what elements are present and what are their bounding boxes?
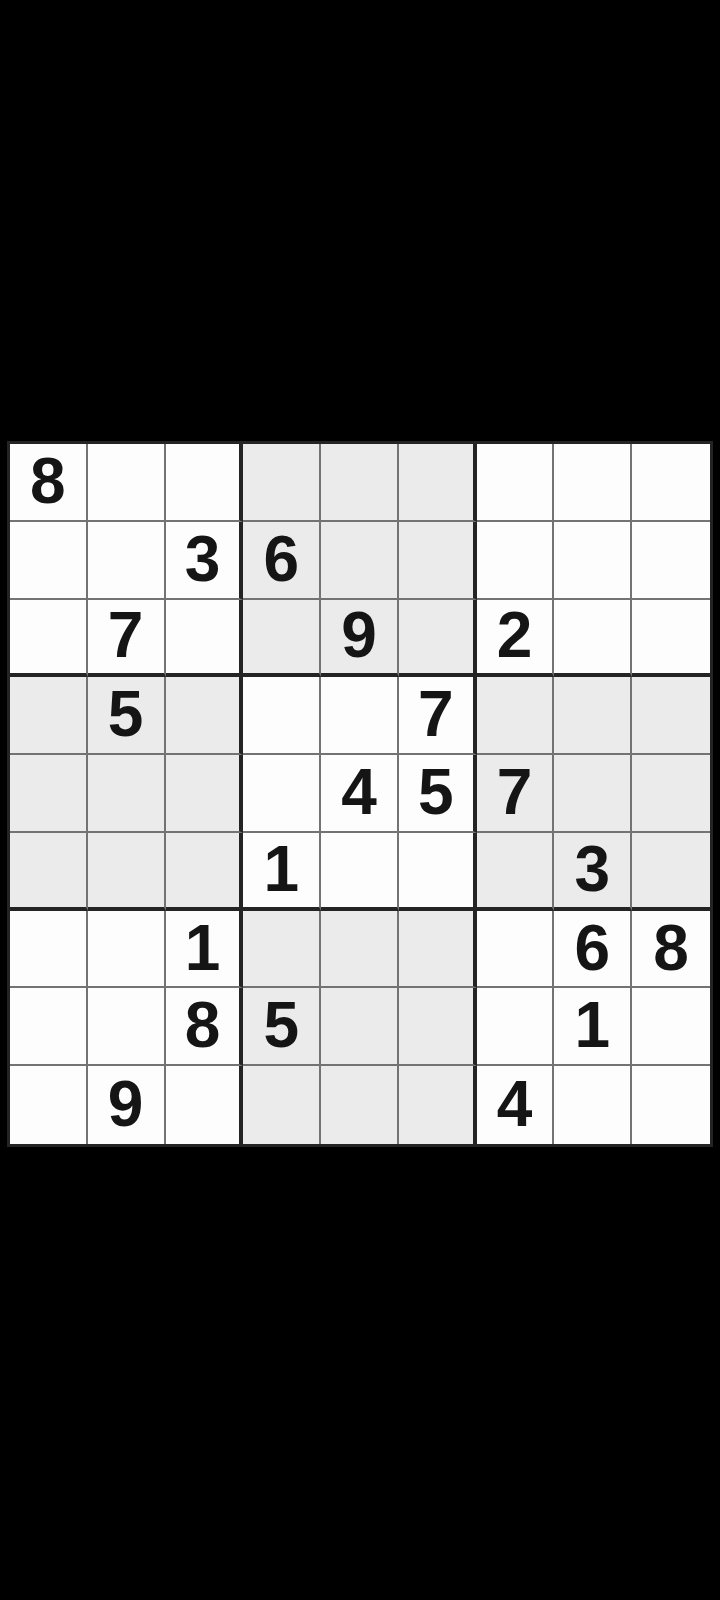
given-digit: 9 bbox=[108, 1072, 144, 1136]
given-digit: 5 bbox=[418, 760, 454, 824]
cell-r7c6[interactable] bbox=[399, 911, 477, 989]
cell-r5c2[interactable] bbox=[88, 755, 166, 833]
cell-r5c3[interactable] bbox=[166, 755, 244, 833]
cell-r8c6[interactable] bbox=[399, 988, 477, 1066]
cell-r1c1[interactable]: 8 bbox=[10, 444, 88, 522]
given-digit: 5 bbox=[108, 682, 144, 746]
cell-r7c4[interactable] bbox=[243, 911, 321, 989]
cell-r7c7[interactable] bbox=[477, 911, 555, 989]
cell-r9c4[interactable] bbox=[243, 1066, 321, 1144]
sudoku-grid: 836792574571316885194 bbox=[10, 444, 710, 1144]
given-digit: 5 bbox=[263, 993, 299, 1057]
cell-r9c2[interactable]: 9 bbox=[88, 1066, 166, 1144]
cell-r3c2[interactable]: 7 bbox=[88, 600, 166, 678]
cell-r6c3[interactable] bbox=[166, 833, 244, 911]
cell-r6c6[interactable] bbox=[399, 833, 477, 911]
cell-r8c4[interactable]: 5 bbox=[243, 988, 321, 1066]
given-digit: 8 bbox=[30, 449, 66, 513]
cell-r6c1[interactable] bbox=[10, 833, 88, 911]
cell-r4c3[interactable] bbox=[166, 677, 244, 755]
cell-r1c9[interactable] bbox=[632, 444, 710, 522]
cell-r8c8[interactable]: 1 bbox=[554, 988, 632, 1066]
cell-r8c3[interactable]: 8 bbox=[166, 988, 244, 1066]
cell-r1c3[interactable] bbox=[166, 444, 244, 522]
cell-r1c2[interactable] bbox=[88, 444, 166, 522]
cell-r2c1[interactable] bbox=[10, 522, 88, 600]
cell-r8c9[interactable] bbox=[632, 988, 710, 1066]
given-digit: 8 bbox=[653, 916, 689, 980]
cell-r2c3[interactable]: 3 bbox=[166, 522, 244, 600]
cell-r9c6[interactable] bbox=[399, 1066, 477, 1144]
cell-r4c6[interactable]: 7 bbox=[399, 677, 477, 755]
cell-r4c7[interactable] bbox=[477, 677, 555, 755]
cell-r8c7[interactable] bbox=[477, 988, 555, 1066]
given-digit: 1 bbox=[263, 837, 299, 901]
cell-r7c3[interactable]: 1 bbox=[166, 911, 244, 989]
cell-r3c4[interactable] bbox=[243, 600, 321, 678]
cell-r4c1[interactable] bbox=[10, 677, 88, 755]
cell-r7c8[interactable]: 6 bbox=[554, 911, 632, 989]
cell-r5c8[interactable] bbox=[554, 755, 632, 833]
cell-r3c3[interactable] bbox=[166, 600, 244, 678]
cell-r9c3[interactable] bbox=[166, 1066, 244, 1144]
cell-r1c7[interactable] bbox=[477, 444, 555, 522]
cell-r5c9[interactable] bbox=[632, 755, 710, 833]
cell-r1c4[interactable] bbox=[243, 444, 321, 522]
given-digit: 9 bbox=[341, 603, 377, 667]
cell-r2c2[interactable] bbox=[88, 522, 166, 600]
cell-r4c8[interactable] bbox=[554, 677, 632, 755]
cell-r6c7[interactable] bbox=[477, 833, 555, 911]
cell-r5c6[interactable]: 5 bbox=[399, 755, 477, 833]
given-digit: 7 bbox=[418, 682, 454, 746]
cell-r6c4[interactable]: 1 bbox=[243, 833, 321, 911]
cell-r1c5[interactable] bbox=[321, 444, 399, 522]
cell-r3c1[interactable] bbox=[10, 600, 88, 678]
cell-r1c8[interactable] bbox=[554, 444, 632, 522]
cell-r2c7[interactable] bbox=[477, 522, 555, 600]
cell-r3c7[interactable]: 2 bbox=[477, 600, 555, 678]
given-digit: 6 bbox=[575, 916, 611, 980]
cell-r9c1[interactable] bbox=[10, 1066, 88, 1144]
cell-r2c5[interactable] bbox=[321, 522, 399, 600]
given-digit: 4 bbox=[341, 760, 377, 824]
given-digit: 8 bbox=[185, 993, 221, 1057]
given-digit: 2 bbox=[497, 603, 533, 667]
cell-r9c7[interactable]: 4 bbox=[477, 1066, 555, 1144]
given-digit: 7 bbox=[497, 760, 533, 824]
cell-r6c2[interactable] bbox=[88, 833, 166, 911]
given-digit: 7 bbox=[108, 603, 144, 667]
cell-r4c2[interactable]: 5 bbox=[88, 677, 166, 755]
cell-r3c5[interactable]: 9 bbox=[321, 600, 399, 678]
cell-r7c1[interactable] bbox=[10, 911, 88, 989]
cell-r5c4[interactable] bbox=[243, 755, 321, 833]
cell-r7c5[interactable] bbox=[321, 911, 399, 989]
cell-r9c8[interactable] bbox=[554, 1066, 632, 1144]
cell-r7c9[interactable]: 8 bbox=[632, 911, 710, 989]
cell-r8c1[interactable] bbox=[10, 988, 88, 1066]
given-digit: 4 bbox=[497, 1072, 533, 1136]
cell-r6c8[interactable]: 3 bbox=[554, 833, 632, 911]
sudoku-board: 836792574571316885194 bbox=[7, 441, 713, 1147]
cell-r7c2[interactable] bbox=[88, 911, 166, 989]
screen: { "game": "sudoku", "grid_size": "9x9", … bbox=[0, 0, 720, 1600]
cell-r8c5[interactable] bbox=[321, 988, 399, 1066]
cell-r1c6[interactable] bbox=[399, 444, 477, 522]
cell-r9c5[interactable] bbox=[321, 1066, 399, 1144]
cell-r2c4[interactable]: 6 bbox=[243, 522, 321, 600]
given-digit: 3 bbox=[575, 837, 611, 901]
cell-r2c9[interactable] bbox=[632, 522, 710, 600]
cell-r3c6[interactable] bbox=[399, 600, 477, 678]
cell-r5c5[interactable]: 4 bbox=[321, 755, 399, 833]
given-digit: 6 bbox=[263, 527, 299, 591]
cell-r4c9[interactable] bbox=[632, 677, 710, 755]
cell-r3c8[interactable] bbox=[554, 600, 632, 678]
cell-r6c5[interactable] bbox=[321, 833, 399, 911]
cell-r4c4[interactable] bbox=[243, 677, 321, 755]
given-digit: 1 bbox=[575, 993, 611, 1057]
cell-r8c2[interactable] bbox=[88, 988, 166, 1066]
given-digit: 3 bbox=[185, 527, 221, 591]
cell-r2c8[interactable] bbox=[554, 522, 632, 600]
given-digit: 1 bbox=[185, 916, 221, 980]
cell-r5c7[interactable]: 7 bbox=[477, 755, 555, 833]
cell-r2c6[interactable] bbox=[399, 522, 477, 600]
cell-r9c9[interactable] bbox=[632, 1066, 710, 1144]
cell-r3c9[interactable] bbox=[632, 600, 710, 678]
cell-r4c5[interactable] bbox=[321, 677, 399, 755]
cell-r5c1[interactable] bbox=[10, 755, 88, 833]
cell-r6c9[interactable] bbox=[632, 833, 710, 911]
